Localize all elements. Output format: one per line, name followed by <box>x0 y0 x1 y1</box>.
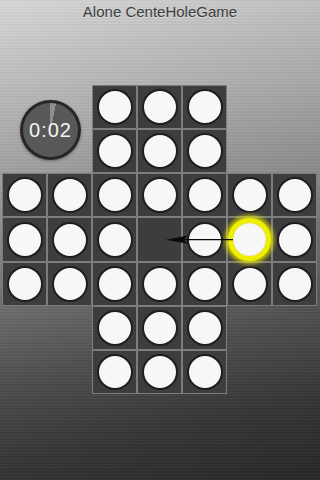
hole-r2c4[interactable] <box>182 173 227 217</box>
hole-r1c4[interactable] <box>182 129 227 173</box>
hole-r5c4[interactable] <box>182 306 227 350</box>
hole-r3c4[interactable] <box>182 217 227 262</box>
board-void <box>2 129 47 173</box>
board-void <box>227 129 272 173</box>
peg[interactable] <box>187 133 223 169</box>
peg[interactable] <box>187 266 223 302</box>
hole-r0c4[interactable] <box>182 85 227 129</box>
hole-r4c3[interactable] <box>137 262 182 306</box>
board <box>2 85 317 394</box>
hole-r3c5[interactable] <box>227 217 272 262</box>
board-void <box>2 350 47 394</box>
peg[interactable] <box>277 177 313 213</box>
hole-r6c3[interactable] <box>137 350 182 394</box>
hole-r3c2[interactable] <box>92 217 137 262</box>
board-void <box>227 306 272 350</box>
hole-r3c0[interactable] <box>2 217 47 262</box>
hole-r6c2[interactable] <box>92 350 137 394</box>
board-void <box>2 306 47 350</box>
board-void <box>47 306 92 350</box>
peg[interactable] <box>187 310 223 346</box>
board-void <box>227 350 272 394</box>
hole-r2c3[interactable] <box>137 173 182 217</box>
hole-r5c2[interactable] <box>92 306 137 350</box>
hole-r4c2[interactable] <box>92 262 137 306</box>
hole-r4c5[interactable] <box>227 262 272 306</box>
peg[interactable] <box>187 222 223 258</box>
board-void <box>272 85 317 129</box>
peg[interactable] <box>142 177 178 213</box>
hole-r4c1[interactable] <box>47 262 92 306</box>
hole-r0c2[interactable] <box>92 85 137 129</box>
hole-r0c3[interactable] <box>137 85 182 129</box>
peg[interactable] <box>7 266 43 302</box>
hole-r1c2[interactable] <box>92 129 137 173</box>
peg[interactable] <box>142 266 178 302</box>
hole-r2c1[interactable] <box>47 173 92 217</box>
hole-r3c3[interactable] <box>137 217 182 262</box>
peg[interactable] <box>187 89 223 125</box>
peg[interactable] <box>97 266 133 302</box>
peg[interactable] <box>97 177 133 213</box>
peg[interactable] <box>142 133 178 169</box>
peg[interactable] <box>97 89 133 125</box>
board-void <box>272 350 317 394</box>
peg[interactable] <box>277 266 313 302</box>
board-void <box>47 85 92 129</box>
board-void <box>227 85 272 129</box>
hole-r4c4[interactable] <box>182 262 227 306</box>
board-void <box>272 129 317 173</box>
peg[interactable] <box>52 177 88 213</box>
peg[interactable] <box>142 354 178 390</box>
hole-r3c1[interactable] <box>47 217 92 262</box>
peg[interactable] <box>187 177 223 213</box>
peg[interactable] <box>232 266 268 302</box>
peg[interactable] <box>52 266 88 302</box>
peg[interactable] <box>7 222 43 258</box>
selected-peg[interactable] <box>228 218 271 261</box>
peg[interactable] <box>7 177 43 213</box>
peg[interactable] <box>142 89 178 125</box>
hole-r4c6[interactable] <box>272 262 317 306</box>
peg[interactable] <box>52 222 88 258</box>
hole-r2c0[interactable] <box>2 173 47 217</box>
hole-r5c3[interactable] <box>137 306 182 350</box>
board-void <box>272 306 317 350</box>
hole-r1c3[interactable] <box>137 129 182 173</box>
peg[interactable] <box>97 310 133 346</box>
hole-r2c6[interactable] <box>272 173 317 217</box>
peg[interactable] <box>97 222 133 258</box>
peg[interactable] <box>187 354 223 390</box>
peg[interactable] <box>97 133 133 169</box>
page-title: Alone CenteHoleGame <box>0 3 320 20</box>
board-void <box>47 350 92 394</box>
peg[interactable] <box>142 310 178 346</box>
hole-r6c4[interactable] <box>182 350 227 394</box>
peg[interactable] <box>277 222 313 258</box>
hole-r2c5[interactable] <box>227 173 272 217</box>
hole-r4c0[interactable] <box>2 262 47 306</box>
hole-r3c6[interactable] <box>272 217 317 262</box>
board-void <box>2 85 47 129</box>
hole-r2c2[interactable] <box>92 173 137 217</box>
board-void <box>47 129 92 173</box>
peg[interactable] <box>232 177 268 213</box>
peg[interactable] <box>97 354 133 390</box>
